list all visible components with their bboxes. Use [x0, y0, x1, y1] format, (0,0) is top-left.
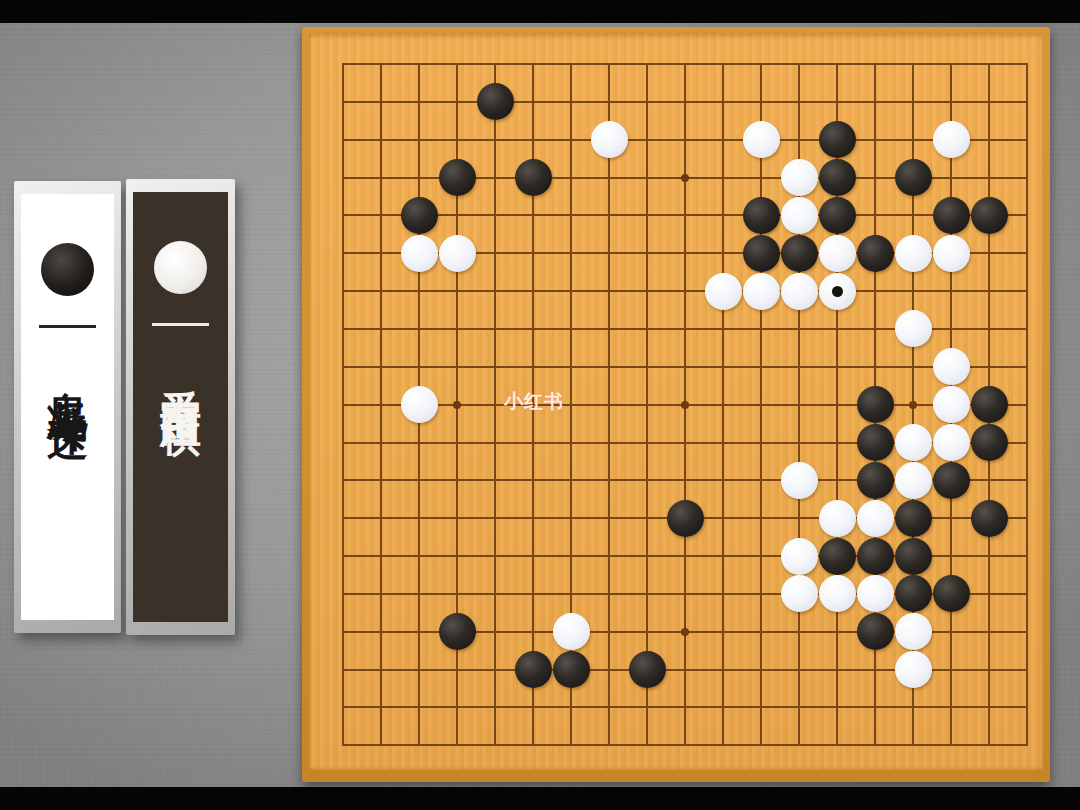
- go-board[interactable]: [302, 27, 1050, 782]
- watermark: 小红书: [504, 389, 564, 415]
- white-player-card: 爱奇围棋: [126, 179, 235, 635]
- black-player-card: 鬼凝神迷: [14, 181, 121, 633]
- black-player-name: 鬼凝神迷: [47, 359, 88, 395]
- black-card-divider: [39, 325, 96, 328]
- letterbox-top: [0, 0, 1080, 23]
- black-stone-icon: [41, 243, 94, 296]
- black-player-card-inner: 鬼凝神迷: [21, 194, 114, 620]
- white-player-name: 爱奇围棋: [160, 357, 201, 393]
- white-card-divider: [152, 323, 209, 326]
- letterbox-bottom: [0, 787, 1080, 810]
- white-stone-icon: [154, 241, 207, 294]
- board-wood-surface: [309, 33, 1043, 770]
- white-player-card-inner: 爱奇围棋: [133, 192, 228, 622]
- screenshot-stage: 鬼凝神迷 爱奇围棋 小红书: [0, 0, 1080, 810]
